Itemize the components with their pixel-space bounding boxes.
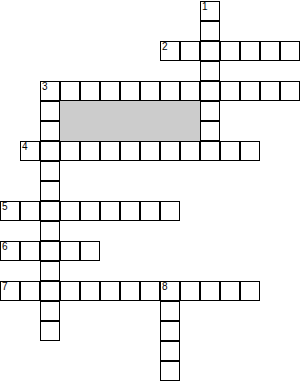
- letter-cell-r14c0[interactable]: [0, 281, 20, 301]
- letter-cell-r14c5[interactable]: [100, 281, 120, 301]
- letter-cell-r14c12[interactable]: [240, 281, 260, 301]
- crossword-grid: 12345678: [0, 1, 301, 381]
- letter-cell-r4c11[interactable]: [220, 81, 240, 101]
- image-block-cell-r6c5: [100, 121, 120, 141]
- letter-cell-r10c5[interactable]: [100, 201, 120, 221]
- letter-cell-r14c11[interactable]: [220, 281, 240, 301]
- letter-cell-r10c1[interactable]: [20, 201, 40, 221]
- letter-cell-r7c7[interactable]: [140, 141, 160, 161]
- letter-cell-r6c2[interactable]: [40, 121, 60, 141]
- letter-cell-r2c11[interactable]: [220, 41, 240, 61]
- letter-cell-r14c6[interactable]: [120, 281, 140, 301]
- letter-cell-r10c7[interactable]: [140, 201, 160, 221]
- letter-cell-r10c0[interactable]: [0, 201, 20, 221]
- letter-cell-r6c10[interactable]: [200, 121, 220, 141]
- letter-cell-r7c9[interactable]: [180, 141, 200, 161]
- letter-cell-r2c13[interactable]: [260, 41, 280, 61]
- letter-cell-r14c4[interactable]: [80, 281, 100, 301]
- letter-cell-r4c5[interactable]: [100, 81, 120, 101]
- letter-cell-r14c7[interactable]: [140, 281, 160, 301]
- letter-cell-r14c10[interactable]: [200, 281, 220, 301]
- letter-cell-r10c2[interactable]: [40, 201, 60, 221]
- letter-cell-r7c4[interactable]: [80, 141, 100, 161]
- letter-cell-r14c3[interactable]: [60, 281, 80, 301]
- letter-cell-r13c2[interactable]: [40, 261, 60, 281]
- letter-cell-r4c12[interactable]: [240, 81, 260, 101]
- letter-cell-r14c1[interactable]: [20, 281, 40, 301]
- letter-cell-r7c2[interactable]: [40, 141, 60, 161]
- image-block-cell-r6c6: [120, 121, 140, 141]
- image-block-cell-r6c4: [80, 121, 100, 141]
- crossword-puzzle: 12345678: [0, 0, 301, 381]
- letter-cell-r7c6[interactable]: [120, 141, 140, 161]
- letter-cell-r9c2[interactable]: [40, 181, 60, 201]
- letter-cell-r4c14[interactable]: [280, 81, 300, 101]
- letter-cell-r14c2[interactable]: [40, 281, 60, 301]
- letter-cell-r8c2[interactable]: [40, 161, 60, 181]
- image-block-cell-r6c9: [180, 121, 200, 141]
- letter-cell-r7c5[interactable]: [100, 141, 120, 161]
- image-block-cell-r6c7: [140, 121, 160, 141]
- letter-cell-r11c2[interactable]: [40, 221, 60, 241]
- image-block-cell-r5c3: [60, 101, 80, 121]
- letter-cell-r1c10[interactable]: [200, 21, 220, 41]
- image-block-cell-r5c7: [140, 101, 160, 121]
- image-block-cell-r6c3: [60, 121, 80, 141]
- letter-cell-r2c12[interactable]: [240, 41, 260, 61]
- letter-cell-r12c2[interactable]: [40, 241, 60, 261]
- letter-cell-r2c8[interactable]: [160, 41, 180, 61]
- letter-cell-r12c3[interactable]: [60, 241, 80, 261]
- letter-cell-r10c3[interactable]: [60, 201, 80, 221]
- letter-cell-r12c0[interactable]: [0, 241, 20, 261]
- letter-cell-r16c2[interactable]: [40, 321, 60, 341]
- letter-cell-r4c6[interactable]: [120, 81, 140, 101]
- letter-cell-r14c8[interactable]: [160, 281, 180, 301]
- letter-cell-r2c9[interactable]: [180, 41, 200, 61]
- letter-cell-r2c10[interactable]: [200, 41, 220, 61]
- image-block-cell-r5c9: [180, 101, 200, 121]
- letter-cell-r5c10[interactable]: [200, 101, 220, 121]
- letter-cell-r15c8[interactable]: [160, 301, 180, 321]
- letter-cell-r7c3[interactable]: [60, 141, 80, 161]
- letter-cell-r2c14[interactable]: [280, 41, 300, 61]
- image-block-cell-r5c6: [120, 101, 140, 121]
- letter-cell-r7c10[interactable]: [200, 141, 220, 161]
- letter-cell-r4c2[interactable]: [40, 81, 60, 101]
- letter-cell-r0c10[interactable]: [200, 1, 220, 21]
- letter-cell-r4c9[interactable]: [180, 81, 200, 101]
- letter-cell-r7c12[interactable]: [240, 141, 260, 161]
- letter-cell-r7c11[interactable]: [220, 141, 240, 161]
- letter-cell-r14c9[interactable]: [180, 281, 200, 301]
- letter-cell-r18c8[interactable]: [160, 361, 180, 381]
- letter-cell-r4c4[interactable]: [80, 81, 100, 101]
- letter-cell-r10c8[interactable]: [160, 201, 180, 221]
- image-block-cell-r6c8: [160, 121, 180, 141]
- letter-cell-r12c4[interactable]: [80, 241, 100, 261]
- letter-cell-r3c10[interactable]: [200, 61, 220, 81]
- letter-cell-r12c1[interactable]: [20, 241, 40, 261]
- letter-cell-r4c7[interactable]: [140, 81, 160, 101]
- letter-cell-r7c1[interactable]: [20, 141, 40, 161]
- letter-cell-r10c6[interactable]: [120, 201, 140, 221]
- letter-cell-r4c13[interactable]: [260, 81, 280, 101]
- letter-cell-r7c8[interactable]: [160, 141, 180, 161]
- letter-cell-r5c2[interactable]: [40, 101, 60, 121]
- letter-cell-r10c4[interactable]: [80, 201, 100, 221]
- letter-cell-r4c8[interactable]: [160, 81, 180, 101]
- letter-cell-r17c8[interactable]: [160, 341, 180, 361]
- letter-cell-r16c8[interactable]: [160, 321, 180, 341]
- image-block-cell-r5c5: [100, 101, 120, 121]
- image-block-cell-r5c4: [80, 101, 100, 121]
- image-block-cell-r5c8: [160, 101, 180, 121]
- letter-cell-r4c10[interactable]: [200, 81, 220, 101]
- letter-cell-r15c2[interactable]: [40, 301, 60, 321]
- letter-cell-r4c3[interactable]: [60, 81, 80, 101]
